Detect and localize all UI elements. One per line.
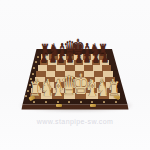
- black-bishop: ♝: [87, 59, 103, 76]
- black-pawn: ♟: [87, 65, 99, 78]
- white-pawn: ♟: [102, 93, 116, 108]
- white-knight: ♞: [47, 99, 66, 120]
- black-pawn: ♟: [44, 65, 56, 78]
- black-bishop: ♝: [62, 59, 78, 76]
- black-queen: ♛: [70, 59, 89, 80]
- white-pawn: ♟: [48, 93, 62, 108]
- white-pawn: ♟: [59, 93, 73, 108]
- white-pawn: ♟: [69, 93, 83, 108]
- white-pawn: ♟: [37, 93, 51, 108]
- watermark-text: www.stanpipe-sw.com: [0, 118, 150, 125]
- black-pawn: ♟: [53, 65, 65, 78]
- black-knight: ♞: [54, 59, 69, 76]
- black-pawn: ♟: [105, 65, 117, 78]
- white-knight: ♞: [103, 99, 122, 120]
- black-pawn: ♟: [61, 65, 73, 78]
- white-rook: ♜: [35, 99, 53, 119]
- black-knight: ♞: [95, 59, 110, 76]
- black-pawn: ♟: [96, 65, 108, 78]
- black-pawn: ♟: [79, 65, 91, 78]
- black-rook: ♜: [45, 59, 59, 75]
- black-rook: ♜: [103, 59, 117, 75]
- black-pawn: ♟: [70, 65, 82, 78]
- pieces-layer: ♜♞♝♛♚♝♞♜♟♟♟♟♟♟♟♟♟♟♟♟♟♟♟♟♜♞♝♛♚♝♞♜: [0, 0, 150, 150]
- black-king: ♚: [78, 59, 98, 81]
- white-pawn: ♟: [113, 93, 127, 108]
- white-rook: ♜: [114, 99, 132, 119]
- white-pawn: ♟: [80, 93, 94, 108]
- white-pawn: ♟: [91, 93, 105, 108]
- chess-set-photo: ♜♞♝♛♚♝♞♜♟♟♟♟♟♟♟♟♟♟♟♟♟♟♟♟♜♞♝♛♚♝♞♜ www.sta…: [0, 0, 150, 150]
